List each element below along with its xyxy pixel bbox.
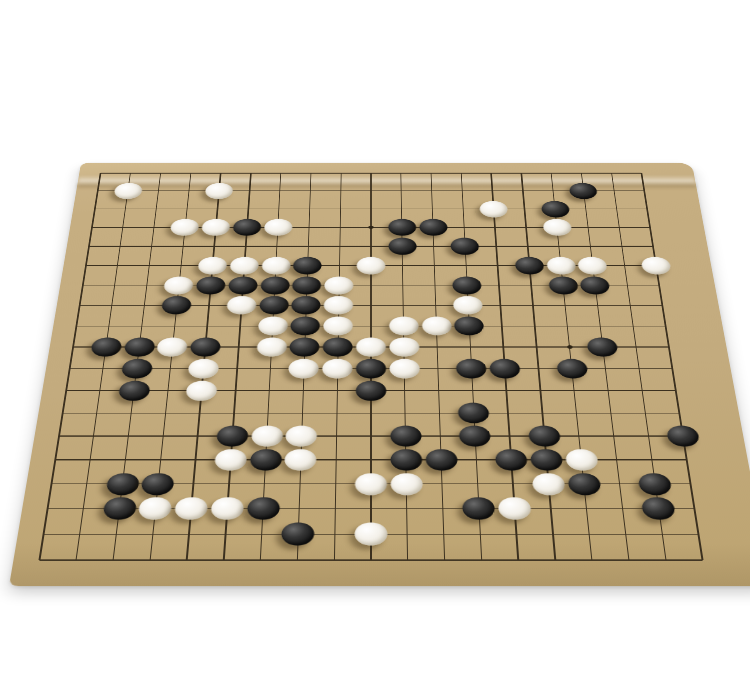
white-stone[interactable]: [389, 359, 419, 379]
white-stone[interactable]: [229, 257, 259, 274]
black-stone[interactable]: [390, 449, 422, 470]
white-stone[interactable]: [479, 201, 508, 217]
white-stone[interactable]: [210, 497, 244, 520]
white-stone[interactable]: [355, 523, 388, 546]
black-stone[interactable]: [388, 238, 416, 255]
star-point: [567, 345, 573, 348]
black-stone[interactable]: [216, 426, 249, 447]
black-stone[interactable]: [196, 276, 226, 294]
white-stone[interactable]: [542, 219, 572, 236]
black-stone[interactable]: [641, 497, 676, 520]
black-stone[interactable]: [548, 276, 579, 294]
black-stone[interactable]: [259, 296, 289, 314]
black-stone[interactable]: [290, 338, 320, 357]
white-stone[interactable]: [156, 338, 188, 357]
white-stone[interactable]: [170, 219, 200, 236]
white-stone[interactable]: [565, 449, 599, 470]
black-stone[interactable]: [323, 338, 353, 357]
black-stone[interactable]: [105, 473, 140, 495]
white-stone[interactable]: [261, 257, 290, 274]
black-stone[interactable]: [456, 359, 487, 379]
black-stone[interactable]: [228, 276, 258, 294]
white-stone[interactable]: [186, 381, 218, 401]
grid-line-horizontal: [39, 560, 702, 561]
black-stone[interactable]: [425, 449, 457, 470]
black-stone[interactable]: [292, 276, 321, 294]
black-stone[interactable]: [495, 449, 528, 470]
black-stone[interactable]: [530, 449, 563, 470]
black-stone[interactable]: [462, 497, 495, 520]
black-stone[interactable]: [281, 523, 314, 546]
white-stone[interactable]: [285, 449, 317, 470]
board-plane: [39, 173, 702, 560]
white-stone[interactable]: [390, 473, 422, 495]
grid-line-horizontal: [59, 436, 683, 437]
white-stone[interactable]: [226, 296, 256, 314]
black-stone[interactable]: [489, 359, 520, 379]
black-stone[interactable]: [123, 338, 155, 357]
black-stone[interactable]: [390, 426, 421, 447]
black-stone[interactable]: [246, 497, 279, 520]
white-stone[interactable]: [201, 219, 230, 236]
black-stone[interactable]: [356, 359, 386, 379]
white-stone[interactable]: [498, 497, 532, 520]
white-stone[interactable]: [389, 317, 419, 336]
black-stone[interactable]: [90, 338, 122, 357]
black-stone[interactable]: [293, 257, 322, 274]
star-point: [368, 226, 373, 229]
black-stone[interactable]: [514, 257, 544, 274]
go-board-grid[interactable]: [39, 173, 702, 560]
black-stone[interactable]: [419, 219, 447, 236]
black-stone[interactable]: [291, 296, 321, 314]
black-stone[interactable]: [458, 403, 490, 423]
black-stone[interactable]: [141, 473, 175, 495]
black-stone[interactable]: [117, 381, 150, 401]
white-stone[interactable]: [453, 296, 483, 314]
white-stone[interactable]: [577, 257, 608, 274]
black-stone[interactable]: [356, 381, 387, 401]
white-stone[interactable]: [164, 276, 195, 294]
white-stone[interactable]: [422, 317, 452, 336]
white-stone[interactable]: [389, 338, 419, 357]
black-stone[interactable]: [567, 473, 601, 495]
white-stone[interactable]: [322, 359, 352, 379]
black-stone[interactable]: [459, 426, 491, 447]
white-stone[interactable]: [323, 317, 353, 336]
black-stone[interactable]: [102, 497, 137, 520]
white-stone[interactable]: [214, 449, 247, 470]
white-stone[interactable]: [251, 426, 283, 447]
white-stone[interactable]: [198, 257, 228, 274]
black-stone[interactable]: [290, 317, 320, 336]
black-stone[interactable]: [249, 449, 282, 470]
black-stone[interactable]: [260, 276, 290, 294]
black-stone[interactable]: [120, 359, 152, 379]
grid-line-horizontal: [63, 413, 680, 414]
black-stone[interactable]: [587, 338, 619, 357]
black-stone[interactable]: [528, 426, 561, 447]
black-stone[interactable]: [161, 296, 192, 314]
white-stone[interactable]: [174, 497, 208, 520]
white-stone[interactable]: [205, 183, 234, 199]
black-stone[interactable]: [569, 183, 598, 199]
white-stone[interactable]: [138, 497, 173, 520]
white-stone[interactable]: [113, 183, 142, 199]
white-stone[interactable]: [357, 257, 386, 274]
black-stone[interactable]: [388, 219, 416, 236]
black-stone[interactable]: [454, 317, 484, 336]
black-stone[interactable]: [580, 276, 611, 294]
white-stone[interactable]: [546, 257, 576, 274]
white-stone[interactable]: [289, 359, 320, 379]
white-stone[interactable]: [258, 317, 288, 336]
grid-line-vertical: [581, 173, 630, 560]
black-stone[interactable]: [232, 219, 261, 236]
black-stone[interactable]: [556, 359, 588, 379]
black-stone[interactable]: [190, 338, 221, 357]
black-stone[interactable]: [638, 473, 673, 495]
white-stone[interactable]: [356, 338, 386, 357]
white-stone[interactable]: [264, 219, 293, 236]
black-stone[interactable]: [452, 276, 482, 294]
white-stone[interactable]: [355, 473, 387, 495]
white-stone[interactable]: [188, 359, 220, 379]
white-stone[interactable]: [532, 473, 566, 495]
white-stone[interactable]: [324, 276, 353, 294]
white-stone[interactable]: [286, 426, 318, 447]
product-photo-scene: [0, 0, 750, 700]
black-stone[interactable]: [541, 201, 570, 217]
black-stone[interactable]: [451, 238, 480, 255]
white-stone[interactable]: [324, 296, 353, 314]
white-stone[interactable]: [256, 338, 287, 357]
